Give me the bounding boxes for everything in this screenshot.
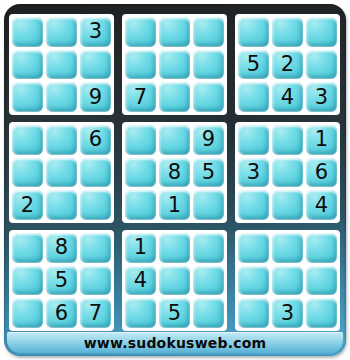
cell-r9c4[interactable] xyxy=(125,298,156,328)
cell-r2c1[interactable] xyxy=(12,50,43,80)
cell-r8c6[interactable] xyxy=(193,266,224,296)
cell-r8c3[interactable] xyxy=(80,266,111,296)
cell-r4c2[interactable] xyxy=(46,125,77,155)
cell-r7c2[interactable]: 8 xyxy=(46,233,77,263)
cell-r3c1[interactable] xyxy=(12,82,43,112)
cell-r2c7[interactable]: 5 xyxy=(238,50,269,80)
cell-r5c4[interactable] xyxy=(125,158,156,188)
cell-r9c9[interactable] xyxy=(306,298,337,328)
cell-r1c6[interactable] xyxy=(193,17,224,47)
cell-r1c7[interactable] xyxy=(238,17,269,47)
cell-r5c7[interactable]: 3 xyxy=(238,158,269,188)
cell-r9c8[interactable]: 3 xyxy=(272,298,303,328)
cell-r1c5[interactable] xyxy=(159,17,190,47)
cell-r9c2[interactable]: 6 xyxy=(46,298,77,328)
cell-r3c4[interactable]: 7 xyxy=(125,82,156,112)
cell-r1c2[interactable] xyxy=(46,17,77,47)
site-url[interactable]: www.sudokusweb.com xyxy=(84,335,267,351)
cell-r7c8[interactable] xyxy=(272,233,303,263)
cell-r3c5[interactable] xyxy=(159,82,190,112)
cell-r2c3[interactable] xyxy=(80,50,111,80)
cell-r7c1[interactable] xyxy=(12,233,43,263)
sudoku-box-2: 7 xyxy=(122,14,227,115)
sudoku-box-5: 9851 xyxy=(122,122,227,223)
cell-r1c9[interactable] xyxy=(306,17,337,47)
cell-r6c8[interactable] xyxy=(272,190,303,220)
cell-r8c7[interactable] xyxy=(238,266,269,296)
cell-r9c3[interactable]: 7 xyxy=(80,298,111,328)
sudoku-box-7: 8567 xyxy=(9,230,114,331)
cell-r1c4[interactable] xyxy=(125,17,156,47)
cell-r5c1[interactable] xyxy=(12,158,43,188)
cell-r6c1[interactable]: 2 xyxy=(12,190,43,220)
cell-r4c7[interactable] xyxy=(238,125,269,155)
cell-r3c9[interactable]: 3 xyxy=(306,82,337,112)
cell-r6c9[interactable]: 4 xyxy=(306,190,337,220)
cell-r1c3[interactable]: 3 xyxy=(80,17,111,47)
cell-r6c3[interactable] xyxy=(80,190,111,220)
cell-r7c7[interactable] xyxy=(238,233,269,263)
cell-r5c5[interactable]: 8 xyxy=(159,158,190,188)
cell-r7c9[interactable] xyxy=(306,233,337,263)
cell-r9c7[interactable] xyxy=(238,298,269,328)
cell-r3c8[interactable]: 4 xyxy=(272,82,303,112)
cell-r2c9[interactable] xyxy=(306,50,337,80)
cell-r6c5[interactable]: 1 xyxy=(159,190,190,220)
cell-r8c1[interactable] xyxy=(12,266,43,296)
cell-r5c3[interactable] xyxy=(80,158,111,188)
cell-r5c8[interactable] xyxy=(272,158,303,188)
cell-r9c6[interactable] xyxy=(193,298,224,328)
sudoku-box-6: 1364 xyxy=(235,122,340,223)
sudoku-board-frame: 3975243629851136485671453 www.sudokusweb… xyxy=(4,4,346,356)
sudoku-box-3: 5243 xyxy=(235,14,340,115)
cell-r5c6[interactable]: 5 xyxy=(193,158,224,188)
cell-r3c6[interactable] xyxy=(193,82,224,112)
cell-r5c9[interactable]: 6 xyxy=(306,158,337,188)
cell-r6c7[interactable] xyxy=(238,190,269,220)
cell-r4c6[interactable]: 9 xyxy=(193,125,224,155)
cell-r8c8[interactable] xyxy=(272,266,303,296)
cell-r8c2[interactable]: 5 xyxy=(46,266,77,296)
sudoku-grid: 3975243629851136485671453 xyxy=(9,14,340,331)
sudoku-box-4: 62 xyxy=(9,122,114,223)
footer-bar: www.sudokusweb.com xyxy=(7,332,343,353)
cell-r4c5[interactable] xyxy=(159,125,190,155)
cell-r3c7[interactable] xyxy=(238,82,269,112)
cell-r1c1[interactable] xyxy=(12,17,43,47)
cell-r7c4[interactable]: 1 xyxy=(125,233,156,263)
cell-r2c8[interactable]: 2 xyxy=(272,50,303,80)
cell-r9c5[interactable]: 5 xyxy=(159,298,190,328)
cell-r4c9[interactable]: 1 xyxy=(306,125,337,155)
cell-r3c2[interactable] xyxy=(46,82,77,112)
cell-r7c5[interactable] xyxy=(159,233,190,263)
sudoku-box-9: 3 xyxy=(235,230,340,331)
cell-r4c3[interactable]: 6 xyxy=(80,125,111,155)
cell-r1c8[interactable] xyxy=(272,17,303,47)
cell-r2c5[interactable] xyxy=(159,50,190,80)
cell-r5c2[interactable] xyxy=(46,158,77,188)
cell-r2c6[interactable] xyxy=(193,50,224,80)
cell-r4c8[interactable] xyxy=(272,125,303,155)
cell-r9c1[interactable] xyxy=(12,298,43,328)
cell-r4c4[interactable] xyxy=(125,125,156,155)
cell-r4c1[interactable] xyxy=(12,125,43,155)
cell-r2c2[interactable] xyxy=(46,50,77,80)
cell-r8c4[interactable]: 4 xyxy=(125,266,156,296)
cell-r3c3[interactable]: 9 xyxy=(80,82,111,112)
cell-r6c4[interactable] xyxy=(125,190,156,220)
cell-r8c5[interactable] xyxy=(159,266,190,296)
cell-r7c3[interactable] xyxy=(80,233,111,263)
cell-r8c9[interactable] xyxy=(306,266,337,296)
sudoku-box-1: 39 xyxy=(9,14,114,115)
cell-r7c6[interactable] xyxy=(193,233,224,263)
sudoku-box-8: 145 xyxy=(122,230,227,331)
cell-r2c4[interactable] xyxy=(125,50,156,80)
cell-r6c6[interactable] xyxy=(193,190,224,220)
cell-r6c2[interactable] xyxy=(46,190,77,220)
